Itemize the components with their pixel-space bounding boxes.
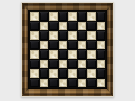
square-b3: [40, 60, 49, 69]
square-b1: [40, 79, 49, 88]
square-c5: [49, 41, 58, 50]
square-f8: [78, 12, 87, 21]
square-b4: [40, 50, 49, 59]
square-b2: [40, 69, 49, 78]
square-c7: [49, 22, 58, 31]
square-h1: [97, 79, 106, 88]
square-c1: [49, 79, 58, 88]
square-g7: [87, 22, 96, 31]
square-a7: [30, 22, 39, 31]
square-g3: [87, 60, 96, 69]
square-h3: [97, 60, 106, 69]
square-e3: [68, 60, 77, 69]
square-g8: [87, 12, 96, 21]
square-e2: [68, 69, 77, 78]
board-frame-left: [22, 3, 29, 96]
square-h6: [97, 31, 106, 40]
chess-board: [21, 2, 114, 97]
square-d5: [59, 41, 68, 50]
square-c6: [49, 31, 58, 40]
square-g5: [87, 41, 96, 50]
square-a6: [30, 31, 39, 40]
square-c3: [49, 60, 58, 69]
square-b6: [40, 31, 49, 40]
square-b7: [40, 22, 49, 31]
square-h8: [97, 12, 106, 21]
square-f1: [78, 79, 87, 88]
square-a4: [30, 50, 39, 59]
square-e7: [68, 22, 77, 31]
square-c4: [49, 50, 58, 59]
board-frame-top: [22, 3, 113, 11]
square-d2: [59, 69, 68, 78]
square-d8: [59, 12, 68, 21]
square-f2: [78, 69, 87, 78]
square-a2: [30, 69, 39, 78]
square-b8: [40, 12, 49, 21]
square-a3: [30, 60, 39, 69]
board-frame-bottom: [22, 88, 113, 96]
product-photo-background: [0, 0, 135, 101]
square-g2: [87, 69, 96, 78]
square-g6: [87, 31, 96, 40]
square-d7: [59, 22, 68, 31]
square-c8: [49, 12, 58, 21]
square-f5: [78, 41, 87, 50]
square-c2: [49, 69, 58, 78]
square-g4: [87, 50, 96, 59]
square-b5: [40, 41, 49, 50]
square-h7: [97, 22, 106, 31]
square-d1: [59, 79, 68, 88]
board-squares: [29, 11, 106, 88]
square-f4: [78, 50, 87, 59]
square-d6: [59, 31, 68, 40]
square-h4: [97, 50, 106, 59]
square-d3: [59, 60, 68, 69]
square-d4: [59, 50, 68, 59]
square-e4: [68, 50, 77, 59]
square-a5: [30, 41, 39, 50]
square-f6: [78, 31, 87, 40]
square-a1: [30, 79, 39, 88]
square-a8: [30, 12, 39, 21]
square-e5: [68, 41, 77, 50]
board-frame-right: [106, 3, 113, 96]
square-f7: [78, 22, 87, 31]
square-f3: [78, 60, 87, 69]
square-h2: [97, 69, 106, 78]
square-g1: [87, 79, 96, 88]
square-e8: [68, 12, 77, 21]
square-e6: [68, 31, 77, 40]
square-h5: [97, 41, 106, 50]
square-e1: [68, 79, 77, 88]
